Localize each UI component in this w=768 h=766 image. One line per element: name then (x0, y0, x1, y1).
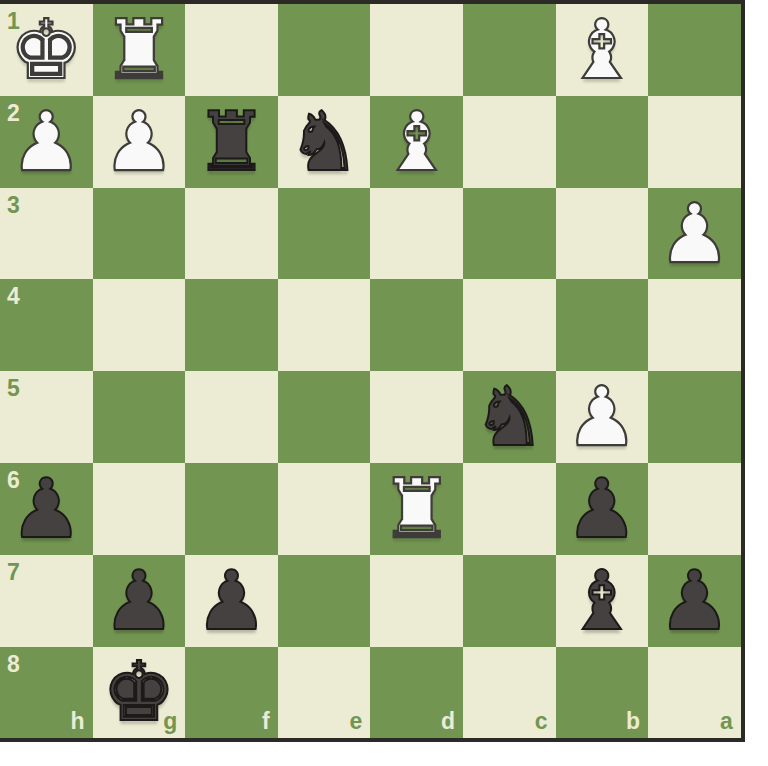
piece-white-rook-g1[interactable]: ♜ (102, 4, 176, 96)
square-d2[interactable]: ♝ (370, 96, 463, 188)
square-g2[interactable]: ♟ (93, 96, 186, 188)
square-g1[interactable]: ♜ (93, 4, 186, 96)
piece-white-pawn-h2[interactable]: ♟ (10, 96, 84, 188)
square-h4[interactable]: 4 (0, 279, 93, 371)
square-c2[interactable] (463, 96, 556, 188)
square-h3[interactable]: 3 (0, 188, 93, 280)
square-g6[interactable] (93, 463, 186, 555)
board-frame: 1♚♜♝2♟♟♜♞♝3♟45♞♟6♟♜♟7♟♟♝♟8hg♚fedcba (0, 0, 745, 742)
square-f3[interactable] (185, 188, 278, 280)
file-label-b: b (626, 710, 640, 733)
square-c3[interactable] (463, 188, 556, 280)
square-a3[interactable]: ♟ (648, 188, 741, 280)
rank-label-8: 8 (7, 653, 20, 676)
file-label-h: h (71, 710, 85, 733)
square-c8[interactable]: c (463, 647, 556, 739)
square-h5[interactable]: 5 (0, 371, 93, 463)
square-a4[interactable] (648, 279, 741, 371)
square-d7[interactable] (370, 555, 463, 647)
piece-black-king-g8[interactable]: ♚ (102, 646, 176, 738)
piece-black-bishop-b7[interactable]: ♝ (565, 555, 639, 647)
piece-white-king-h1[interactable]: ♚ (10, 4, 84, 96)
square-b1[interactable]: ♝ (556, 4, 649, 96)
square-e4[interactable] (278, 279, 371, 371)
rank-label-5: 5 (7, 377, 20, 400)
square-c7[interactable] (463, 555, 556, 647)
square-f7[interactable]: ♟ (185, 555, 278, 647)
square-c4[interactable] (463, 279, 556, 371)
rank-label-4: 4 (7, 285, 20, 308)
piece-black-pawn-b6[interactable]: ♟ (565, 463, 639, 555)
square-g8[interactable]: g♚ (93, 647, 186, 739)
square-a6[interactable] (648, 463, 741, 555)
square-a8[interactable]: a (648, 647, 741, 739)
square-b4[interactable] (556, 279, 649, 371)
piece-white-bishop-b1[interactable]: ♝ (565, 4, 639, 96)
square-h2[interactable]: 2♟ (0, 96, 93, 188)
piece-white-pawn-g2[interactable]: ♟ (102, 96, 176, 188)
square-e5[interactable] (278, 371, 371, 463)
square-d1[interactable] (370, 4, 463, 96)
square-c5[interactable]: ♞ (463, 371, 556, 463)
square-f6[interactable] (185, 463, 278, 555)
square-b5[interactable]: ♟ (556, 371, 649, 463)
square-c1[interactable] (463, 4, 556, 96)
square-b2[interactable] (556, 96, 649, 188)
square-g5[interactable] (93, 371, 186, 463)
piece-black-pawn-g7[interactable]: ♟ (102, 555, 176, 647)
square-g4[interactable] (93, 279, 186, 371)
square-e3[interactable] (278, 188, 371, 280)
piece-black-pawn-f7[interactable]: ♟ (195, 555, 269, 647)
file-label-f: f (262, 710, 270, 733)
file-label-a: a (720, 710, 733, 733)
square-f8[interactable]: f (185, 647, 278, 739)
square-g3[interactable] (93, 188, 186, 280)
square-a7[interactable]: ♟ (648, 555, 741, 647)
piece-black-rook-f2[interactable]: ♜ (195, 96, 269, 188)
square-a2[interactable] (648, 96, 741, 188)
file-label-d: d (441, 710, 455, 733)
square-e1[interactable] (278, 4, 371, 96)
piece-white-pawn-a3[interactable]: ♟ (658, 188, 732, 280)
square-a5[interactable] (648, 371, 741, 463)
square-d8[interactable]: d (370, 647, 463, 739)
square-b7[interactable]: ♝ (556, 555, 649, 647)
square-e8[interactable]: e (278, 647, 371, 739)
square-b8[interactable]: b (556, 647, 649, 739)
square-f4[interactable] (185, 279, 278, 371)
square-d5[interactable] (370, 371, 463, 463)
file-label-e: e (350, 710, 363, 733)
square-h1[interactable]: 1♚ (0, 4, 93, 96)
piece-white-bishop-d2[interactable]: ♝ (380, 96, 454, 188)
square-b3[interactable] (556, 188, 649, 280)
square-g7[interactable]: ♟ (93, 555, 186, 647)
square-d6[interactable]: ♜ (370, 463, 463, 555)
square-d4[interactable] (370, 279, 463, 371)
square-b6[interactable]: ♟ (556, 463, 649, 555)
piece-black-pawn-h6[interactable]: ♟ (10, 463, 84, 555)
square-d3[interactable] (370, 188, 463, 280)
square-f1[interactable] (185, 4, 278, 96)
square-e6[interactable] (278, 463, 371, 555)
square-f5[interactable] (185, 371, 278, 463)
square-h7[interactable]: 7 (0, 555, 93, 647)
square-h8[interactable]: 8h (0, 647, 93, 739)
square-h6[interactable]: 6♟ (0, 463, 93, 555)
piece-white-rook-d6[interactable]: ♜ (380, 463, 454, 555)
square-c6[interactable] (463, 463, 556, 555)
file-label-c: c (535, 710, 548, 733)
piece-black-knight-e2[interactable]: ♞ (287, 96, 361, 188)
chess-board: 1♚♜♝2♟♟♜♞♝3♟45♞♟6♟♜♟7♟♟♝♟8hg♚fedcba (0, 4, 741, 738)
square-f2[interactable]: ♜ (185, 96, 278, 188)
square-e7[interactable] (278, 555, 371, 647)
piece-black-knight-c5[interactable]: ♞ (473, 371, 547, 463)
square-e2[interactable]: ♞ (278, 96, 371, 188)
piece-white-pawn-b5[interactable]: ♟ (565, 371, 639, 463)
rank-label-7: 7 (7, 561, 20, 584)
rank-label-3: 3 (7, 194, 20, 217)
square-a1[interactable] (648, 4, 741, 96)
piece-black-pawn-a7[interactable]: ♟ (658, 555, 732, 647)
